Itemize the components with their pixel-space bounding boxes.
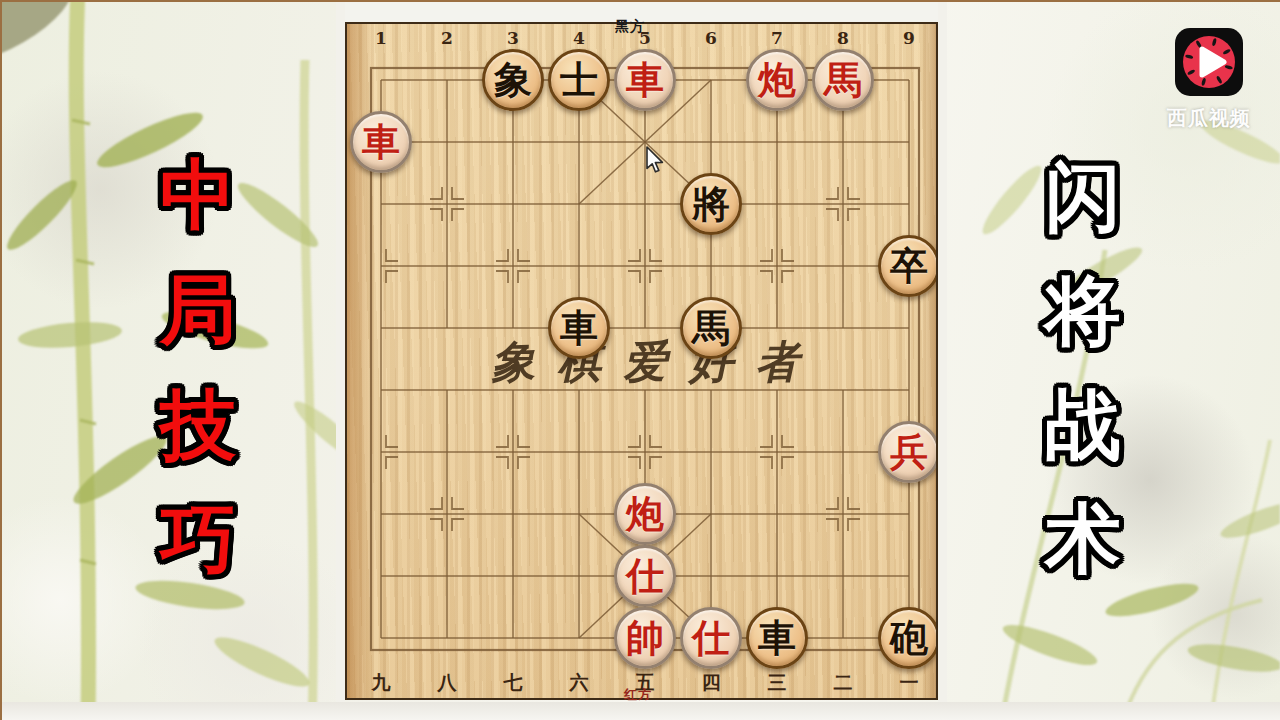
file-number-bottom: 六 [564,672,594,692]
frame-edge-left [0,0,2,720]
river-watermark-char: 爱 [611,335,679,389]
file-number-bottom: 三 [762,672,792,692]
red-side-label: 红方 [624,686,652,704]
file-number-top: 8 [828,28,858,48]
board-left-margin [336,0,345,702]
file-number-bottom: 九 [366,672,396,692]
river-watermark-char: 象 [479,335,547,389]
video-frame: 123456789九八七六五四三二一象棋爱好者象士車炮馬車將卒車馬兵炮仕帥仕車砲… [0,0,1280,720]
file-number-bottom: 八 [432,672,462,692]
file-number-top: 7 [762,28,792,48]
file-number-top: 3 [498,28,528,48]
xiangqi-piece-red: 仕 [680,607,742,669]
xiangqi-piece-black: 馬 [680,297,742,359]
right-title: 闪将战术 [1041,157,1125,579]
file-number-top: 4 [564,28,594,48]
file-number-bottom: 四 [696,672,726,692]
mouse-cursor-icon [645,146,667,176]
river-watermark-char: 者 [743,335,811,389]
file-number-top: 1 [366,28,396,48]
left-title: 中局技巧 [156,155,240,580]
xiangqi-piece-black: 卒 [878,235,938,297]
title-char: 局 [156,270,240,350]
xiangqi-piece-red: 帥 [614,607,676,669]
file-number-top: 2 [432,28,462,48]
xiangqi-piece-red: 仕 [614,545,676,607]
file-number-bottom: 七 [498,672,528,692]
file-number-bottom: 二 [828,672,858,692]
xigua-logo-icon [1175,28,1243,96]
xiangqi-piece-black: 車 [746,607,808,669]
xiangqi-piece-red: 炮 [746,49,808,111]
title-char: 闪 [1041,157,1125,237]
xiangqi-piece-black: 將 [680,173,742,235]
title-char: 将 [1041,271,1125,351]
xiangqi-piece-red: 車 [350,111,412,173]
title-char: 巧 [156,500,240,580]
xiangqi-piece-black: 象 [482,49,544,111]
xigua-logo: 西瓜视频 [1164,28,1254,132]
frame-edge-top [0,0,1280,2]
title-char: 技 [156,385,240,465]
xiangqi-piece-red: 兵 [878,421,938,483]
xiangqi-piece-black: 士 [548,49,610,111]
xiangqi-piece-red: 炮 [614,483,676,545]
xiangqi-piece-red: 車 [614,49,676,111]
xigua-logo-text: 西瓜视频 [1164,105,1254,132]
black-side-label: 黑方 [615,18,645,36]
xiangqi-piece-black: 砲 [878,607,938,669]
board-right-margin [938,0,947,702]
xiangqi-board: 123456789九八七六五四三二一象棋爱好者象士車炮馬車將卒車馬兵炮仕帥仕車砲 [345,22,938,700]
xiangqi-piece-black: 車 [548,297,610,359]
title-char: 中 [156,155,240,235]
title-char: 术 [1041,499,1125,579]
file-number-top: 6 [696,28,726,48]
xiangqi-piece-red: 馬 [812,49,874,111]
file-number-bottom: 一 [894,672,924,692]
file-number-top: 9 [894,28,924,48]
title-char: 战 [1041,385,1125,465]
bottom-band [0,702,1280,720]
